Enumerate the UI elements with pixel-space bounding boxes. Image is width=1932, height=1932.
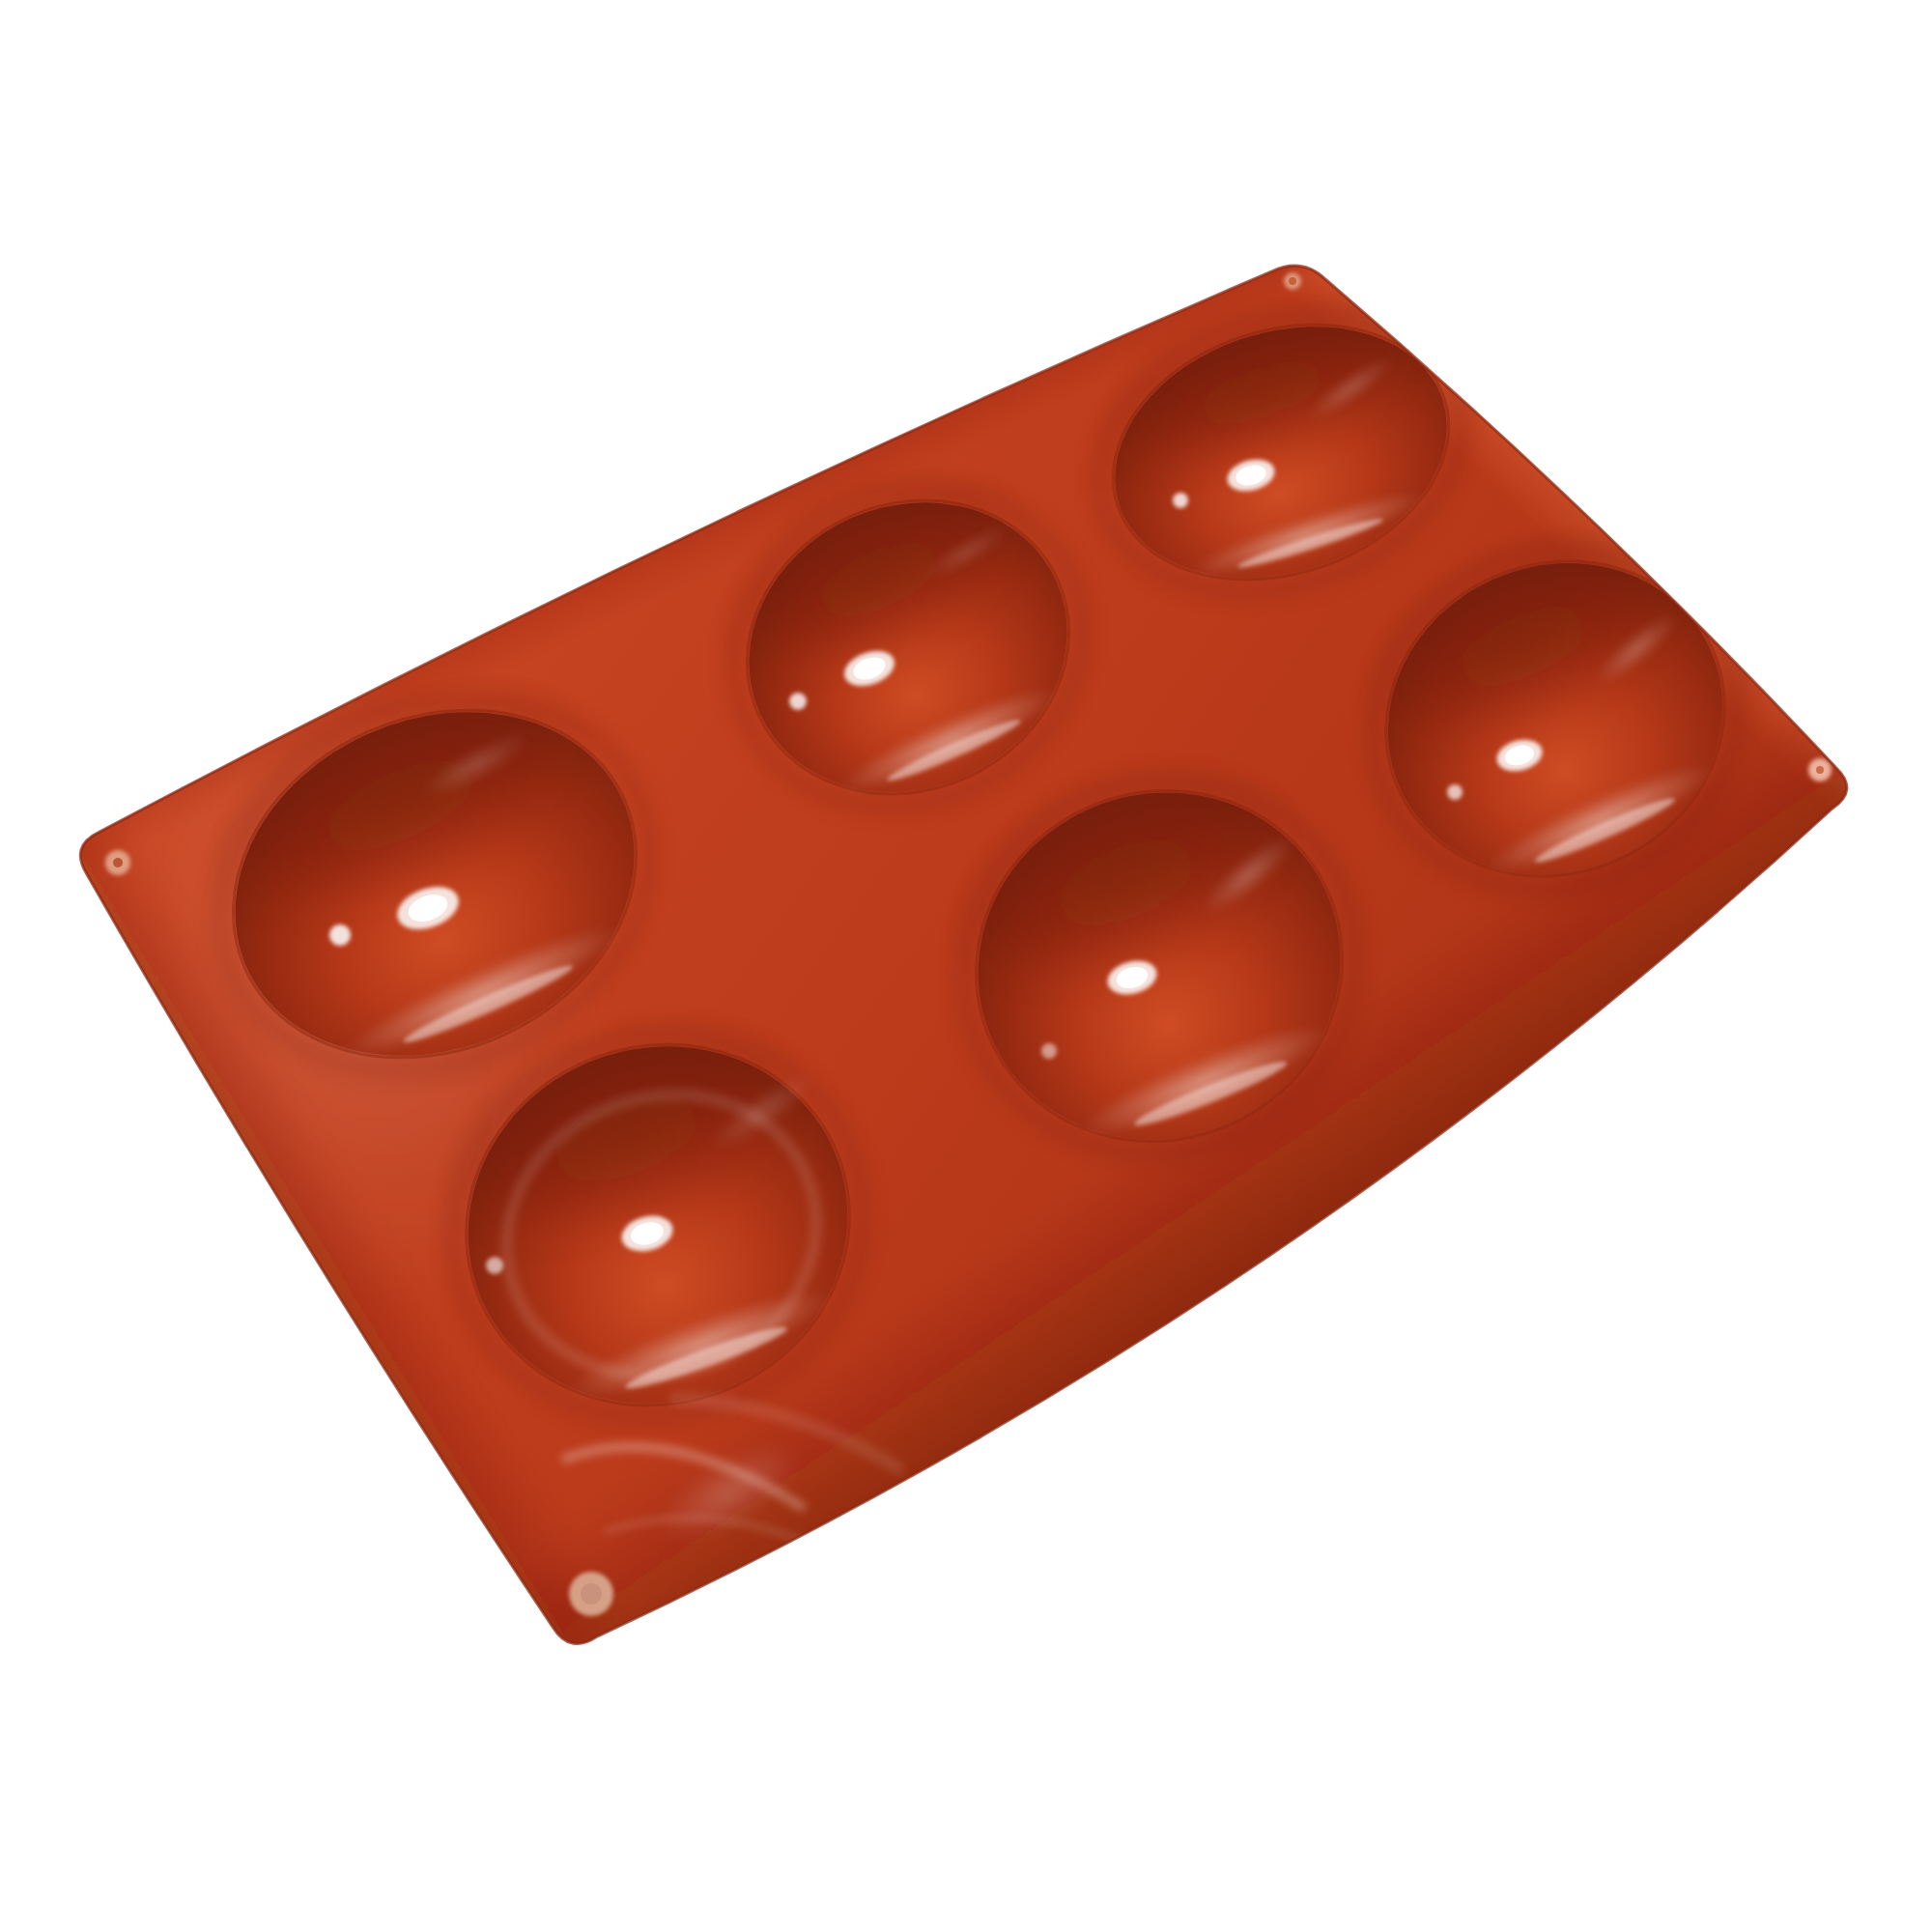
corner-hole-center [113, 858, 123, 867]
corner-hole-center [1289, 277, 1296, 285]
corner-hole-center [1816, 766, 1824, 774]
corner-hole-right [1808, 758, 1832, 781]
corner-hole-left [105, 850, 130, 875]
cavity-specular-dot [1173, 493, 1188, 508]
product-photo: 6-cavity half-sphere silicone baking mol… [0, 0, 1932, 1932]
mold-scene-root [0, 235, 1905, 1722]
corner-hole-top [1284, 272, 1301, 290]
corner-hole-center [581, 1583, 602, 1605]
cavity-specular-dot [1041, 1043, 1057, 1059]
cavity-specular-dot [789, 693, 807, 710]
cavity-specular-dot [329, 924, 351, 946]
cavity-specular-dot [1447, 784, 1463, 800]
corner-hole-bottom [569, 1572, 613, 1616]
cavity-specular-dot [486, 1257, 503, 1274]
silicone-mold-photo: 6-cavity half-sphere silicone baking mol… [0, 0, 1932, 1932]
